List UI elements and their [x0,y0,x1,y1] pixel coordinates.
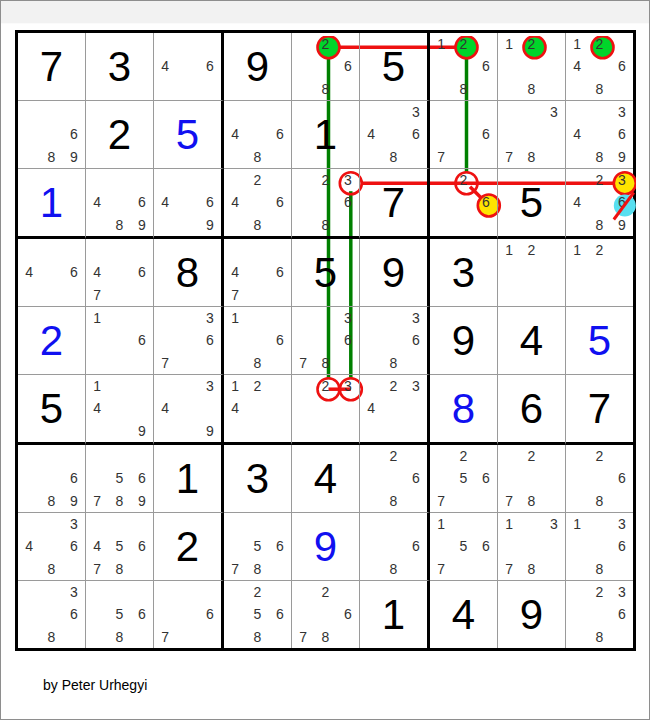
cell-r2c4[interactable]: 468 [224,101,292,169]
candidate-digit: 3 [611,581,633,603]
candidate-digit: 1 [498,33,520,55]
cell-r3c4[interactable]: 2468 [224,169,292,239]
pencil-marks: 689 [18,101,85,168]
cell-r5c3[interactable]: 367 [154,307,224,375]
candidate-digit: 6 [131,261,153,283]
candidate-digit: 8 [246,626,268,648]
candidate-digit: 6 [405,329,427,351]
candidate-digit: 6 [269,603,291,625]
pencil-marks: 2567 [430,445,497,512]
candidate-digit: 4 [566,55,588,77]
candidate-digit: 3 [199,307,221,329]
pencil-marks: 268 [292,33,359,100]
pencil-marks: 23 [292,375,359,442]
candidate-digit: 8 [246,558,268,580]
candidate-digit: 3 [405,101,427,123]
cell-r6c3[interactable]: 349 [154,375,224,445]
cell-r5c1[interactable]: 2 [18,307,86,375]
candidate-digit: 8 [382,558,404,580]
given-digit: 8 [176,252,199,294]
cell-r3c6[interactable]: 7 [360,169,430,239]
candidate-digit: 7 [86,284,108,306]
cell-r1c2[interactable]: 3 [86,33,154,101]
candidate-digit: 8 [382,146,404,168]
candidate-digit: 4 [18,261,40,283]
candidate-digit: 6 [475,535,497,557]
candidate-digit: 8 [40,490,62,512]
pencil-marks: 278 [498,445,565,512]
pencil-marks: 128 [498,33,565,100]
candidate-digit: 7 [292,352,314,374]
candidate-digit: 2 [588,581,610,603]
candidate-digit: 9 [611,214,633,236]
candidate-digit: 6 [269,261,291,283]
given-digit: 5 [314,252,337,294]
candidate-digit: 8 [246,214,268,236]
pencil-marks: 568 [86,581,153,648]
cell-r2c8[interactable]: 378 [498,101,566,169]
cell-r7c3[interactable]: 1 [154,445,224,513]
given-digit: 9 [246,46,269,88]
pencil-marks: 45678 [86,513,153,580]
pencil-marks: 469 [154,169,221,236]
cell-r4c6[interactable]: 9 [360,239,430,307]
candidate-digit: 6 [475,467,497,489]
candidate-digit: 8 [314,214,336,236]
cell-r6c6[interactable]: 234 [360,375,430,445]
candidate-digit: 8 [520,490,542,512]
candidate-digit: 2 [452,169,474,191]
candidate-digit: 3 [543,513,565,535]
candidate-digit: 3 [611,101,633,123]
cell-r1c4[interactable]: 9 [224,33,292,101]
candidate-digit: 6 [63,467,85,489]
cell-r5c9[interactable]: 5 [566,307,633,375]
pencil-marks: 12 [498,239,565,306]
candidate-digit: 3 [543,101,565,123]
cell-r5c4[interactable]: 168 [224,307,292,375]
candidate-digit: 2 [520,33,542,55]
candidate-digit: 6 [63,123,85,145]
cell-r9c9[interactable]: 2368 [566,581,633,648]
candidate-digit: 2 [452,445,474,467]
candidate-digit: 6 [337,603,359,625]
cell-r1c5[interactable]: 268 [292,33,360,101]
candidate-digit: 2 [520,445,542,467]
cell-r8c2[interactable]: 45678 [86,513,154,581]
cell-r1c8[interactable]: 128 [498,33,566,101]
candidate-digit: 4 [86,535,108,557]
cell-r6c8[interactable]: 6 [498,375,566,445]
pencil-marks: 368 [360,307,427,374]
cell-r7c5[interactable]: 4 [292,445,360,513]
cell-r4c3[interactable]: 8 [154,239,224,307]
cell-r3c8[interactable]: 5 [498,169,566,239]
candidate-digit: 8 [520,558,542,580]
candidate-digit: 3 [405,307,427,329]
pencil-marks: 349 [154,375,221,442]
candidate-digit: 6 [131,603,153,625]
candidate-digit: 1 [430,33,452,55]
pencil-marks: 34689 [566,101,633,168]
given-digit: 5 [520,182,543,224]
candidate-digit: 2 [314,169,336,191]
candidate-digit: 5 [452,467,474,489]
cell-r8c3[interactable]: 2 [154,513,224,581]
candidate-digit: 6 [63,535,85,557]
cell-r6c1[interactable]: 5 [18,375,86,445]
pencil-marks: 234689 [566,169,633,236]
cell-r9c4[interactable]: 2568 [224,581,292,648]
pencil-marks: 3468 [18,513,85,580]
cell-r2c5[interactable]: 1 [292,101,360,169]
cell-r2c6[interactable]: 3468 [360,101,430,169]
candidate-digit: 8 [588,146,610,168]
candidate-digit: 9 [131,490,153,512]
candidate-digit: 1 [566,239,588,261]
candidate-digit: 8 [246,146,268,168]
candidate-digit: 3 [611,513,633,535]
candidate-digit: 4 [224,261,246,283]
pencil-marks: 5678 [224,513,291,580]
candidate-digit: 1 [566,513,588,535]
cell-r3c5[interactable]: 2368 [292,169,360,239]
cell-r2c9[interactable]: 34689 [566,101,633,169]
pencil-marks: 1567 [430,513,497,580]
app-window: 7346926851268128124686892546813468673783… [0,0,650,720]
candidate-digit: 6 [131,329,153,351]
cell-r4c4[interactable]: 467 [224,239,292,307]
candidate-digit: 8 [382,352,404,374]
candidate-digit: 4 [566,191,588,213]
pencil-marks: 378 [498,101,565,168]
candidate-digit: 5 [246,535,268,557]
candidate-digit: 2 [314,581,336,603]
pencil-marks: 16 [86,307,153,374]
candidate-digit: 1 [498,513,520,535]
cell-r7c1[interactable]: 689 [18,445,86,513]
given-digit: 3 [108,46,131,88]
candidate-digit: 4 [86,191,108,213]
given-digit: 6 [520,388,543,430]
cell-r2c2[interactable]: 2 [86,101,154,169]
candidate-digit: 4 [154,397,176,419]
cell-r4c9[interactable]: 12 [566,239,633,307]
cell-r9c6[interactable]: 1 [360,581,430,648]
candidate-digit: 6 [131,535,153,557]
candidate-digit: 7 [430,558,452,580]
candidate-digit: 1 [86,375,108,397]
candidate-digit: 4 [154,191,176,213]
pencil-marks: 368 [18,581,85,648]
candidate-digit: 2 [588,169,610,191]
pencil-marks: 46 [154,33,221,100]
pencil-marks: 268 [360,445,427,512]
solved-digit: 5 [176,114,199,156]
candidate-digit: 8 [588,626,610,648]
cell-r4c5[interactable]: 5 [292,239,360,307]
candidate-digit: 6 [337,329,359,351]
candidate-digit: 3 [63,513,85,535]
candidate-digit: 9 [63,490,85,512]
candidate-digit: 8 [588,214,610,236]
candidate-digit: 3 [337,169,359,191]
cell-r6c5[interactable]: 23 [292,375,360,445]
candidate-digit: 9 [63,146,85,168]
candidate-digit: 2 [588,445,610,467]
candidate-digit: 6 [337,191,359,213]
candidate-digit: 4 [360,123,382,145]
candidate-digit: 9 [611,146,633,168]
candidate-digit: 2 [246,169,268,191]
candidate-digit: 5 [108,535,130,557]
cell-r8c7[interactable]: 1567 [430,513,498,581]
cell-r7c8[interactable]: 278 [498,445,566,513]
candidate-digit: 6 [475,55,497,77]
cell-r7c6[interactable]: 268 [360,445,430,513]
cell-r4c7[interactable]: 3 [430,239,498,307]
given-digit: 5 [40,388,63,430]
candidate-digit: 8 [246,352,268,374]
cell-r7c7[interactable]: 2567 [430,445,498,513]
candidate-digit: 4 [18,535,40,557]
candidate-digit: 4 [360,397,382,419]
cell-r5c6[interactable]: 368 [360,307,430,375]
candidate-digit: 7 [224,284,246,306]
cell-r5c8[interactable]: 4 [498,307,566,375]
candidate-digit: 6 [611,123,633,145]
candidate-digit: 7 [430,146,452,168]
pencil-marks: 124 [224,375,291,442]
cell-r4c2[interactable]: 467 [86,239,154,307]
cell-r8c9[interactable]: 1368 [566,513,633,581]
candidate-digit: 7 [154,626,176,648]
cell-r1c6[interactable]: 5 [360,33,430,101]
cell-r6c2[interactable]: 149 [86,375,154,445]
pencil-marks: 67 [154,581,221,648]
candidate-digit: 1 [224,307,246,329]
cell-r1c1[interactable]: 7 [18,33,86,101]
candidate-digit: 7 [86,558,108,580]
cell-r8c5[interactable]: 9 [292,513,360,581]
candidate-digit: 4 [566,123,588,145]
candidate-digit: 7 [154,352,176,374]
cell-r8c4[interactable]: 5678 [224,513,292,581]
candidate-digit: 5 [452,535,474,557]
candidate-digit: 6 [131,191,153,213]
cell-r9c2[interactable]: 568 [86,581,154,648]
cell-r6c7[interactable]: 8 [430,375,498,445]
author-credit: by Peter Urhegyi [43,677,147,693]
candidate-digit: 6 [131,467,153,489]
cell-r8c1[interactable]: 3468 [18,513,86,581]
candidate-digit: 8 [520,78,542,100]
given-digit: 1 [176,458,199,500]
candidate-digit: 8 [108,558,130,580]
candidate-digit: 8 [40,558,62,580]
pencil-marks: 689 [18,445,85,512]
pencil-marks: 234 [360,375,427,442]
candidate-digit: 4 [224,123,246,145]
given-digit: 4 [314,458,337,500]
given-digit: 7 [588,388,611,430]
given-digit: 7 [382,182,405,224]
candidate-digit: 6 [199,55,221,77]
cell-r6c9[interactable]: 7 [566,375,633,445]
cell-r3c2[interactable]: 4689 [86,169,154,239]
candidate-digit: 1 [430,513,452,535]
candidate-digit: 8 [382,490,404,512]
given-digit: 3 [452,252,475,294]
cell-r3c3[interactable]: 469 [154,169,224,239]
candidate-digit: 2 [382,445,404,467]
candidate-digit: 7 [292,626,314,648]
pencil-marks: 1268 [430,33,497,100]
candidate-digit: 8 [588,490,610,512]
cell-r2c1[interactable]: 689 [18,101,86,169]
cell-r1c3[interactable]: 46 [154,33,224,101]
candidate-digit: 1 [224,375,246,397]
candidate-digit: 9 [131,420,153,442]
cell-r9c3[interactable]: 67 [154,581,224,648]
cell-r9c7[interactable]: 4 [430,581,498,648]
candidate-digit: 2 [382,375,404,397]
cell-r3c9[interactable]: 234689 [566,169,633,239]
cell-r7c2[interactable]: 56789 [86,445,154,513]
pencil-marks: 367 [154,307,221,374]
candidate-digit: 1 [498,239,520,261]
cell-r7c4[interactable]: 3 [224,445,292,513]
pencil-marks: 1368 [566,513,633,580]
given-digit: 5 [382,46,405,88]
candidate-digit: 4 [86,261,108,283]
cell-r5c7[interactable]: 9 [430,307,498,375]
candidate-digit: 4 [224,191,246,213]
pencil-marks: 2678 [292,581,359,648]
candidate-digit: 5 [108,603,130,625]
candidate-digit: 8 [452,78,474,100]
cell-r5c2[interactable]: 16 [86,307,154,375]
candidate-digit: 2 [588,239,610,261]
candidate-digit: 6 [611,467,633,489]
cell-r8c6[interactable]: 68 [360,513,430,581]
pencil-marks: 12468 [566,33,633,100]
pencil-marks: 68 [360,513,427,580]
cell-r3c7[interactable]: 26 [430,169,498,239]
candidate-digit: 8 [40,626,62,648]
candidate-digit: 4 [86,397,108,419]
given-digit: 9 [520,594,543,636]
pencil-marks: 1378 [498,513,565,580]
cell-r7c9[interactable]: 268 [566,445,633,513]
solved-digit: 9 [314,526,337,568]
pencil-marks: 26 [430,169,497,236]
candidate-digit: 3 [199,375,221,397]
pencil-marks: 12 [566,239,633,306]
candidate-digit: 6 [269,191,291,213]
solved-digit: 5 [588,320,611,362]
candidate-digit: 1 [86,307,108,329]
pencil-marks: 149 [86,375,153,442]
candidate-digit: 1 [566,33,588,55]
given-digit: 3 [246,458,269,500]
cell-r5c5[interactable]: 3678 [292,307,360,375]
candidate-digit: 7 [430,490,452,512]
candidate-digit: 5 [108,467,130,489]
solved-digit: 8 [452,388,475,430]
candidate-digit: 8 [108,490,130,512]
candidate-digit: 7 [498,558,520,580]
given-digit: 2 [176,526,199,568]
candidate-digit: 6 [611,535,633,557]
candidate-digit: 2 [246,375,268,397]
given-digit: 9 [452,320,475,362]
candidate-digit: 8 [108,214,130,236]
pencil-marks: 3678 [292,307,359,374]
pencil-marks: 2368 [292,169,359,236]
candidate-digit: 6 [199,191,221,213]
candidate-digit: 6 [475,191,497,213]
cell-r4c8[interactable]: 12 [498,239,566,307]
cell-r2c3[interactable]: 5 [154,101,224,169]
candidate-digit: 6 [405,535,427,557]
given-digit: 1 [314,114,337,156]
solved-digit: 1 [40,182,63,224]
candidate-digit: 7 [224,558,246,580]
cell-r4c1[interactable]: 46 [18,239,86,307]
candidate-digit: 2 [314,33,336,55]
pencil-marks: 2368 [566,581,633,648]
given-digit: 4 [520,320,543,362]
candidate-digit: 2 [246,581,268,603]
candidate-digit: 2 [314,375,336,397]
candidate-digit: 6 [199,329,221,351]
cell-r9c1[interactable]: 368 [18,581,86,648]
candidate-digit: 6 [475,123,497,145]
candidate-digit: 7 [498,146,520,168]
cell-r9c8[interactable]: 9 [498,581,566,648]
candidate-digit: 2 [452,33,474,55]
cell-r9c5[interactable]: 2678 [292,581,360,648]
candidate-digit: 3 [611,169,633,191]
pencil-marks: 46 [18,239,85,306]
candidate-digit: 6 [405,467,427,489]
given-digit: 2 [108,114,131,156]
candidate-digit: 5 [246,603,268,625]
pencil-marks: 467 [224,239,291,306]
candidate-digit: 9 [131,214,153,236]
candidate-digit: 9 [199,420,221,442]
given-digit: 4 [452,594,475,636]
candidate-digit: 6 [405,123,427,145]
cell-r6c4[interactable]: 124 [224,375,292,445]
candidate-digit: 8 [108,626,130,648]
pencil-marks: 4689 [86,169,153,236]
candidate-digit: 9 [199,214,221,236]
candidate-digit: 6 [337,55,359,77]
cell-r1c9[interactable]: 12468 [566,33,633,101]
cell-r2c7[interactable]: 67 [430,101,498,169]
given-digit: 1 [382,594,405,636]
cell-r3c1[interactable]: 1 [18,169,86,239]
candidate-digit: 8 [314,352,336,374]
given-digit: 9 [382,252,405,294]
pencil-marks: 67 [430,101,497,168]
pencil-marks: 468 [224,101,291,168]
given-digit: 7 [40,46,63,88]
cell-r1c7[interactable]: 1268 [430,33,498,101]
cell-r8c8[interactable]: 1378 [498,513,566,581]
